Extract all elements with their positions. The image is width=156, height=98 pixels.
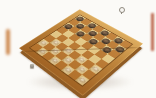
dark-checker-piece: ⛂ xyxy=(101,46,112,54)
square-7-2 xyxy=(42,52,55,61)
square-5-7: ⛀ xyxy=(89,64,103,74)
square-7-6 xyxy=(68,70,82,81)
product-photo-checkers-set[interactable]: ⛂⛂⛂⛂⛂⛂⛂⛂⛂⛂⛂⛂⛀⛀⛀⛀⛀⛀⛀⛀⛀⛀⛀⛀ xyxy=(0,0,156,98)
square-6-3 xyxy=(55,51,68,60)
square-2-6: ⛂ xyxy=(101,45,114,54)
square-5-6 xyxy=(82,59,96,69)
light-checker-piece: ⛀ xyxy=(62,66,74,75)
square-2-7 xyxy=(108,49,121,58)
board-3d-wrapper: ⛂⛂⛂⛂⛂⛂⛂⛂⛂⛂⛂⛂⛀⛀⛀⛀⛀⛀⛀⛀⛀⛀⛀⛀ xyxy=(19,9,143,96)
light-checker-piece: ⛀ xyxy=(37,48,48,56)
square-1-7: ⛂ xyxy=(113,45,126,54)
background-artifact-right xyxy=(151,13,154,51)
square-3-5 xyxy=(88,46,101,55)
light-checker-piece: ⛀ xyxy=(62,47,73,55)
light-checker-piece: ⛀ xyxy=(49,56,61,65)
square-6-7 xyxy=(82,69,96,80)
square-4-7 xyxy=(95,59,109,69)
square-6-6: ⛀ xyxy=(75,64,89,74)
light-checker-piece: ⛀ xyxy=(89,65,101,74)
light-checker-piece: ⛀ xyxy=(62,56,74,64)
square-4-5 xyxy=(81,50,94,59)
light-checker-piece: ⛀ xyxy=(76,75,89,85)
light-checker-piece: ⛀ xyxy=(50,47,61,55)
square-5-4 xyxy=(68,51,81,60)
background-artifact-left xyxy=(6,29,10,55)
board-frame: ⛂⛂⛂⛂⛂⛂⛂⛂⛂⛂⛂⛂⛀⛀⛀⛀⛀⛀⛀⛀⛀⛀⛀⛀ xyxy=(19,9,143,96)
square-6-5 xyxy=(68,60,82,70)
square-6-4: ⛀ xyxy=(61,55,74,65)
hinge-icon xyxy=(30,64,34,68)
square-5-5: ⛀ xyxy=(75,55,88,65)
square-7-1: ⛀ xyxy=(36,47,49,56)
square-7-4 xyxy=(55,60,69,70)
square-7-3: ⛀ xyxy=(48,56,61,66)
square-4-4 xyxy=(75,46,88,55)
light-checker-piece: ⛀ xyxy=(76,55,88,63)
square-6-2: ⛀ xyxy=(49,47,62,56)
square-7-7: ⛀ xyxy=(75,75,89,86)
light-checker-piece: ⛀ xyxy=(76,65,88,74)
dark-checker-piece: ⛂ xyxy=(114,45,125,53)
clasp-icon xyxy=(119,7,125,13)
square-5-3: ⛀ xyxy=(62,46,75,55)
square-7-5: ⛀ xyxy=(61,65,75,75)
square-4-6 xyxy=(88,54,101,64)
checkers-board: ⛂⛂⛂⛂⛂⛂⛂⛂⛂⛂⛂⛂⛀⛀⛀⛀⛀⛀⛀⛀⛀⛀⛀⛀ xyxy=(35,0,126,91)
square-3-6 xyxy=(94,50,107,59)
square-3-7 xyxy=(101,54,114,64)
